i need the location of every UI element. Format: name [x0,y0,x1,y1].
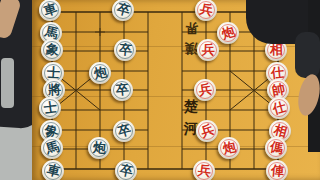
piece-black-士-5[interactable]: 士 [39,97,61,119]
piece-character: 象 [44,40,59,60]
piece-black-炮-10[interactable]: 炮 [88,137,110,159]
piece-character: 仕 [270,98,287,119]
piece-character: 士 [42,98,57,117]
piece-character: 兵 [196,161,211,180]
piece-character: 卒 [114,0,131,20]
piece-red-仕-28[interactable]: 仕 [268,97,290,119]
piece-black-卒-13[interactable]: 卒 [111,79,133,101]
piece-character: 卒 [115,121,132,142]
piece-red-炮-22[interactable]: 炮 [218,137,240,159]
piece-black-卒-11[interactable]: 卒 [112,0,134,21]
piece-character: 卒 [118,40,133,59]
piece-red-兵-16[interactable]: 兵 [195,0,217,21]
piece-character: 車 [41,0,59,21]
piece-character: 兵 [201,41,215,59]
piece-black-卒-12[interactable]: 卒 [114,39,136,61]
piece-character: 傌 [268,138,284,158]
piece-black-炮-9[interactable]: 炮 [89,62,111,84]
piece-black-卒-14[interactable]: 卒 [113,120,135,142]
sleeve-right [295,32,320,78]
pale-object-left [1,58,14,108]
piece-character: 俥 [270,161,285,180]
piece-character: 卒 [115,80,130,99]
piece-character: 炮 [92,63,108,83]
piece-character: 兵 [198,0,214,20]
piece-black-馬-7[interactable]: 馬 [41,137,63,159]
piece-character: 炮 [92,138,107,157]
piece-character: 車 [45,161,62,180]
river-label-han-jie: 漢界 [185,18,198,58]
photo-scene: 漢界 楚河 車馬象士將士象馬車炮炮卒卒卒卒卒兵兵兵兵兵炮炮俥傌相仕帥仕相傌俥 [0,0,320,180]
piece-red-炮-21[interactable]: 炮 [217,22,239,44]
piece-character: 卒 [118,161,134,180]
piece-red-俥-31[interactable]: 俥 [266,160,288,180]
piece-red-兵-19[interactable]: 兵 [196,120,218,142]
piece-red-兵-20[interactable]: 兵 [193,160,215,180]
piece-black-卒-15[interactable]: 卒 [115,160,137,180]
piece-red-兵-17[interactable]: 兵 [197,39,219,61]
piece-black-車-0[interactable]: 車 [39,0,61,21]
piece-character: 炮 [221,138,237,158]
piece-character: 兵 [197,80,212,100]
piece-character: 炮 [219,22,237,43]
piece-black-車-8[interactable]: 車 [42,160,64,180]
piece-red-傌-30[interactable]: 傌 [265,137,287,159]
piece-black-象-2[interactable]: 象 [41,39,63,61]
piece-red-兵-18[interactable]: 兵 [194,79,216,101]
piece-character: 馬 [43,137,61,158]
piece-character: 兵 [198,120,216,141]
